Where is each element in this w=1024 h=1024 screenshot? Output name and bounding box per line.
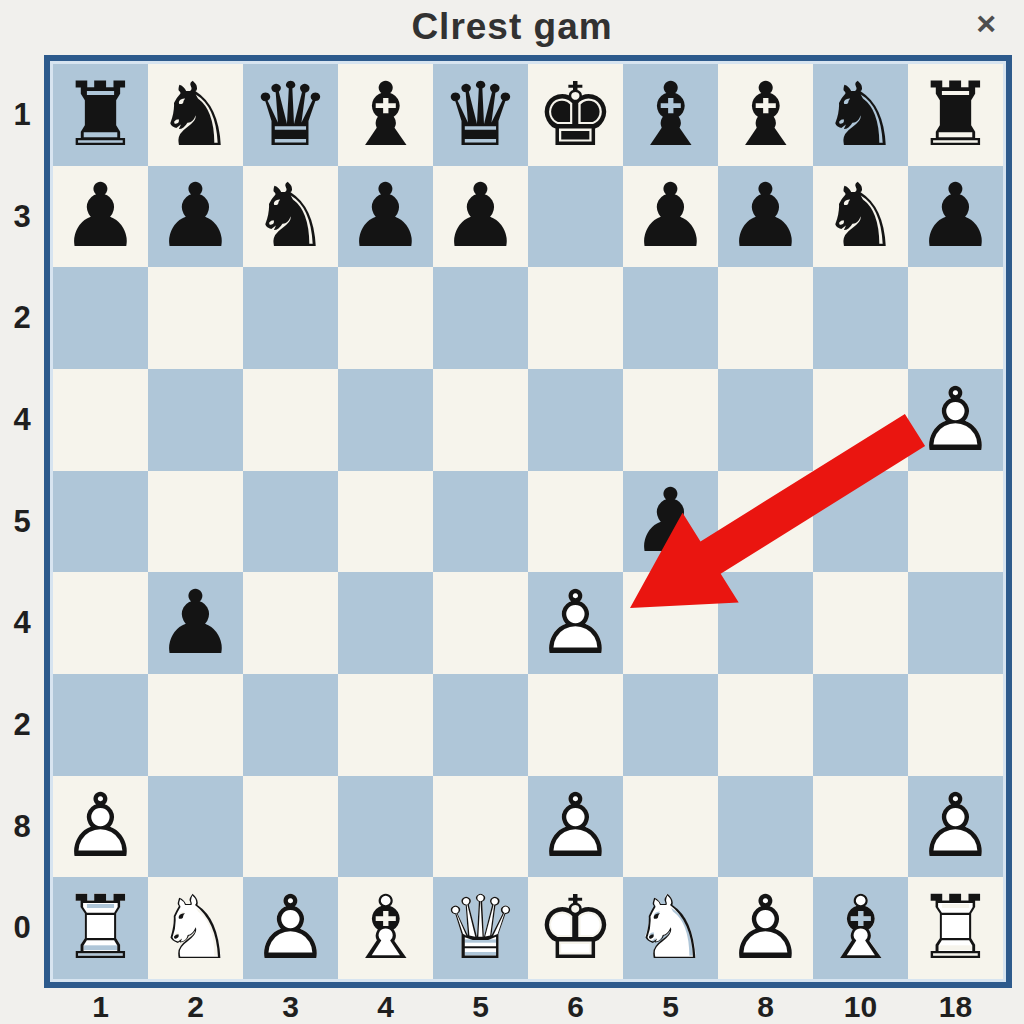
square-r1-c5[interactable]: ♛ xyxy=(433,64,528,166)
square-r1-c1[interactable]: ♜ xyxy=(53,64,148,166)
piece-glyph-outline: ♙ xyxy=(916,376,995,464)
square-r6-c4[interactable] xyxy=(338,572,433,674)
square-r2-c3[interactable]: ♞ xyxy=(243,166,338,268)
square-r5-c8[interactable] xyxy=(718,471,813,573)
piece-glyph-outline: ♙ xyxy=(726,884,805,972)
square-r7-c1[interactable] xyxy=(53,674,148,776)
square-r2-c6[interactable] xyxy=(528,166,623,268)
rank-label-5: 5 xyxy=(0,471,44,573)
white-bishop[interactable]: ♝♗ xyxy=(346,884,425,972)
square-r8-c8[interactable] xyxy=(718,776,813,878)
close-icon[interactable]: × xyxy=(976,6,996,40)
square-r4-c3[interactable] xyxy=(243,369,338,471)
rank-label-8: 8 xyxy=(0,776,44,878)
square-r6-c2[interactable]: ♟ xyxy=(148,572,243,674)
rank-labels: 132454280 xyxy=(0,64,44,979)
square-r5-c7[interactable]: ♟ xyxy=(623,471,718,573)
file-label-8: 8 xyxy=(718,990,813,1024)
black-pawn[interactable]: ♟ xyxy=(156,172,235,260)
square-r1-c7[interactable]: ♝ xyxy=(623,64,718,166)
black-pawn[interactable]: ♟ xyxy=(631,172,710,260)
square-r6-c5[interactable] xyxy=(433,572,528,674)
square-r2-c5[interactable]: ♟ xyxy=(433,166,528,268)
square-r6-c7[interactable] xyxy=(623,572,718,674)
square-r6-c10[interactable] xyxy=(908,572,1003,674)
square-r1-c10[interactable]: ♜ xyxy=(908,64,1003,166)
piece-glyph-outline: ♙ xyxy=(61,782,140,870)
square-r1-c2[interactable]: ♞ xyxy=(148,64,243,166)
file-label-10: 18 xyxy=(908,990,1003,1024)
black-rook[interactable]: ♜ xyxy=(61,71,140,159)
square-r8-c5[interactable] xyxy=(433,776,528,878)
white-knight[interactable]: ♞♘ xyxy=(631,884,710,972)
square-r2-c2[interactable]: ♟ xyxy=(148,166,243,268)
square-r3-c1[interactable] xyxy=(53,267,148,369)
square-r8-c7[interactable] xyxy=(623,776,718,878)
square-r4-c6[interactable] xyxy=(528,369,623,471)
square-r9-c5[interactable]: ♛♕ xyxy=(433,877,528,979)
square-r7-c9[interactable] xyxy=(813,674,908,776)
square-r6-c1[interactable] xyxy=(53,572,148,674)
square-r3-c4[interactable] xyxy=(338,267,433,369)
white-pawn[interactable]: ♟♙ xyxy=(916,782,995,870)
square-r4-c4[interactable] xyxy=(338,369,433,471)
square-r1-c9[interactable]: ♞ xyxy=(813,64,908,166)
file-label-5: 5 xyxy=(433,990,528,1024)
square-r6-c8[interactable] xyxy=(718,572,813,674)
piece-glyph-outline: ♗ xyxy=(821,884,900,972)
square-r9-c6[interactable]: ♚♔ xyxy=(528,877,623,979)
white-pawn[interactable]: ♟♙ xyxy=(61,782,140,870)
file-label-9: 10 xyxy=(813,990,908,1024)
square-r6-c9[interactable] xyxy=(813,572,908,674)
rank-label-9: 0 xyxy=(0,877,44,979)
square-r8-c3[interactable] xyxy=(243,776,338,878)
black-bishop[interactable]: ♝ xyxy=(631,71,710,159)
square-r5-c3[interactable] xyxy=(243,471,338,573)
square-r7-c2[interactable] xyxy=(148,674,243,776)
square-r9-c1[interactable]: ♜♖ xyxy=(53,877,148,979)
square-r7-c5[interactable] xyxy=(433,674,528,776)
square-r1-c3[interactable]: ♛ xyxy=(243,64,338,166)
file-label-1: 1 xyxy=(53,990,148,1024)
square-r2-c4[interactable]: ♟ xyxy=(338,166,433,268)
square-r4-c5[interactable] xyxy=(433,369,528,471)
file-labels: 123456581018 xyxy=(53,990,1003,1022)
piece-glyph-outline: ♗ xyxy=(346,884,425,972)
square-r1-c8[interactable]: ♝ xyxy=(718,64,813,166)
square-r8-c4[interactable] xyxy=(338,776,433,878)
piece-glyph-outline: ♙ xyxy=(536,579,615,667)
square-r9-c4[interactable]: ♝♗ xyxy=(338,877,433,979)
square-r9-c2[interactable]: ♞♘ xyxy=(148,877,243,979)
white-bishop[interactable]: ♝♗ xyxy=(821,884,900,972)
square-r3-c2[interactable] xyxy=(148,267,243,369)
black-knight[interactable]: ♞ xyxy=(156,71,235,159)
square-r7-c8[interactable] xyxy=(718,674,813,776)
piece-glyph-outline: ♘ xyxy=(156,884,235,972)
chess-board-grid: ♜♞♛♝♛♚♝♝♞♜♟♟♞♟♟♟♟♞♟♟♙♟♟♟♙♟♙♟♙♟♙♜♖♞♘♟♙♝♗♛… xyxy=(53,64,1003,979)
square-r2-c1[interactable]: ♟ xyxy=(53,166,148,268)
black-knight[interactable]: ♞ xyxy=(821,71,900,159)
rank-label-4: 4 xyxy=(0,369,44,471)
square-r7-c6[interactable] xyxy=(528,674,623,776)
black-queen[interactable]: ♛ xyxy=(251,71,330,159)
piece-glyph-outline: ♖ xyxy=(916,884,995,972)
rank-label-6: 4 xyxy=(0,572,44,674)
square-r5-c9[interactable] xyxy=(813,471,908,573)
square-r2-c8[interactable]: ♟ xyxy=(718,166,813,268)
white-rook[interactable]: ♜♖ xyxy=(61,884,140,972)
white-knight[interactable]: ♞♘ xyxy=(156,884,235,972)
black-pawn[interactable]: ♟ xyxy=(631,477,710,565)
square-r5-c5[interactable] xyxy=(433,471,528,573)
white-pawn[interactable]: ♟♙ xyxy=(536,782,615,870)
square-r7-c3[interactable] xyxy=(243,674,338,776)
square-r4-c8[interactable] xyxy=(718,369,813,471)
piece-glyph-outline: ♕ xyxy=(441,884,520,972)
white-pawn[interactable]: ♟♙ xyxy=(251,884,330,972)
file-label-3: 3 xyxy=(243,990,338,1024)
square-r4-c10[interactable]: ♟♙ xyxy=(908,369,1003,471)
black-bishop[interactable]: ♝ xyxy=(346,71,425,159)
black-knight[interactable]: ♞ xyxy=(821,172,900,260)
file-label-4: 4 xyxy=(338,990,433,1024)
white-queen[interactable]: ♛♕ xyxy=(441,884,520,972)
square-r4-c7[interactable] xyxy=(623,369,718,471)
rank-label-7: 2 xyxy=(0,674,44,776)
square-r4-c9[interactable] xyxy=(813,369,908,471)
square-r9-c8[interactable]: ♟♙ xyxy=(718,877,813,979)
square-r9-c3[interactable]: ♟♙ xyxy=(243,877,338,979)
square-r2-c10[interactable]: ♟ xyxy=(908,166,1003,268)
square-r8-c9[interactable] xyxy=(813,776,908,878)
square-r8-c6[interactable]: ♟♙ xyxy=(528,776,623,878)
piece-glyph-outline: ♔ xyxy=(536,884,615,972)
black-pawn[interactable]: ♟ xyxy=(441,172,520,260)
square-r5-c2[interactable] xyxy=(148,471,243,573)
window-title: Clrest gam xyxy=(0,6,1024,48)
black-queen[interactable]: ♛ xyxy=(441,71,520,159)
square-r8-c1[interactable]: ♟♙ xyxy=(53,776,148,878)
square-r3-c3[interactable] xyxy=(243,267,338,369)
square-r3-c9[interactable] xyxy=(813,267,908,369)
white-pawn[interactable]: ♟♙ xyxy=(726,884,805,972)
square-r1-c4[interactable]: ♝ xyxy=(338,64,433,166)
square-r8-c10[interactable]: ♟♙ xyxy=(908,776,1003,878)
square-r4-c2[interactable] xyxy=(148,369,243,471)
black-rook[interactable]: ♜ xyxy=(916,71,995,159)
square-r3-c5[interactable] xyxy=(433,267,528,369)
file-label-7: 5 xyxy=(623,990,718,1024)
square-r5-c1[interactable] xyxy=(53,471,148,573)
square-r3-c7[interactable] xyxy=(623,267,718,369)
black-knight[interactable]: ♞ xyxy=(251,172,330,260)
white-king[interactable]: ♚♔ xyxy=(536,884,615,972)
title-bar: Clrest gam × xyxy=(0,0,1024,55)
square-r8-c2[interactable] xyxy=(148,776,243,878)
black-pawn[interactable]: ♟ xyxy=(156,579,235,667)
chess-board: ♜♞♛♝♛♚♝♝♞♜♟♟♞♟♟♟♟♞♟♟♙♟♟♟♙♟♙♟♙♟♙♜♖♞♘♟♙♝♗♛… xyxy=(44,55,1012,988)
piece-glyph-outline: ♙ xyxy=(251,884,330,972)
square-r9-c9[interactable]: ♝♗ xyxy=(813,877,908,979)
black-pawn[interactable]: ♟ xyxy=(61,172,140,260)
square-r3-c8[interactable] xyxy=(718,267,813,369)
square-r3-c10[interactable] xyxy=(908,267,1003,369)
black-pawn[interactable]: ♟ xyxy=(916,172,995,260)
piece-glyph-outline: ♘ xyxy=(631,884,710,972)
rank-label-3: 2 xyxy=(0,267,44,369)
piece-glyph-outline: ♙ xyxy=(536,782,615,870)
square-r1-c6[interactable]: ♚ xyxy=(528,64,623,166)
square-r6-c3[interactable] xyxy=(243,572,338,674)
chess-game-window: Clrest gam × 132454280 ♜♞♛♝♛♚♝♝♞♜♟♟♞♟♟♟♟… xyxy=(0,0,1024,1024)
black-pawn[interactable]: ♟ xyxy=(346,172,425,260)
black-king[interactable]: ♚ xyxy=(536,71,615,159)
square-r5-c10[interactable] xyxy=(908,471,1003,573)
square-r5-c6[interactable] xyxy=(528,471,623,573)
square-r9-c10[interactable]: ♜♖ xyxy=(908,877,1003,979)
white-pawn[interactable]: ♟♙ xyxy=(536,579,615,667)
square-r7-c4[interactable] xyxy=(338,674,433,776)
square-r2-c9[interactable]: ♞ xyxy=(813,166,908,268)
file-label-2: 2 xyxy=(148,990,243,1024)
square-r3-c6[interactable] xyxy=(528,267,623,369)
square-r2-c7[interactable]: ♟ xyxy=(623,166,718,268)
square-r9-c7[interactable]: ♞♘ xyxy=(623,877,718,979)
square-r7-c10[interactable] xyxy=(908,674,1003,776)
square-r7-c7[interactable] xyxy=(623,674,718,776)
square-r4-c1[interactable] xyxy=(53,369,148,471)
square-r6-c6[interactable]: ♟♙ xyxy=(528,572,623,674)
rank-label-1: 1 xyxy=(0,64,44,166)
square-r5-c4[interactable] xyxy=(338,471,433,573)
black-bishop[interactable]: ♝ xyxy=(726,71,805,159)
piece-glyph-outline: ♖ xyxy=(61,884,140,972)
white-pawn[interactable]: ♟♙ xyxy=(916,376,995,464)
white-rook[interactable]: ♜♖ xyxy=(916,884,995,972)
black-pawn[interactable]: ♟ xyxy=(726,172,805,260)
piece-glyph-outline: ♙ xyxy=(916,782,995,870)
rank-label-2: 3 xyxy=(0,166,44,268)
file-label-6: 6 xyxy=(528,990,623,1024)
